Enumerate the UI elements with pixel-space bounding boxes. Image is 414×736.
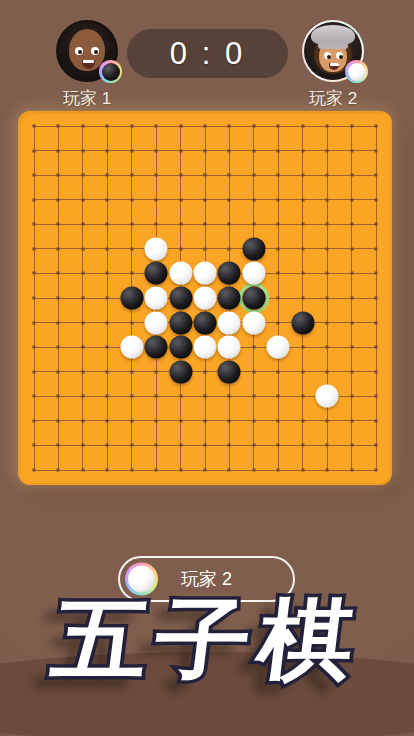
player2-info: 玩家 2 xyxy=(293,20,373,110)
board-intersection[interactable] xyxy=(326,223,329,226)
board-intersection[interactable] xyxy=(106,395,109,398)
board-intersection[interactable] xyxy=(106,419,109,422)
board-intersection[interactable] xyxy=(33,395,36,398)
board-intersection[interactable] xyxy=(277,370,280,373)
board-intersection[interactable] xyxy=(130,149,133,152)
board-intersection[interactable] xyxy=(277,444,280,447)
white-stone xyxy=(218,311,241,334)
board-intersection[interactable] xyxy=(228,419,231,422)
white-stone-badge-icon xyxy=(345,60,368,83)
board-intersection[interactable] xyxy=(204,198,207,201)
board-intersection[interactable] xyxy=(277,198,280,201)
board-intersection[interactable] xyxy=(106,198,109,201)
white-stone xyxy=(194,262,217,285)
board-intersection[interactable] xyxy=(301,444,304,447)
board-intersection[interactable] xyxy=(106,149,109,152)
board-intersection[interactable] xyxy=(277,297,280,300)
board-intersection[interactable] xyxy=(81,321,84,324)
board-intersection[interactable] xyxy=(301,346,304,349)
board-intersection[interactable] xyxy=(252,469,255,472)
white-stone xyxy=(316,385,339,408)
board-intersection[interactable] xyxy=(228,223,231,226)
board-intersection[interactable] xyxy=(228,198,231,201)
board-intersection[interactable] xyxy=(375,469,378,472)
board-intersection[interactable] xyxy=(204,174,207,177)
board-intersection[interactable] xyxy=(179,469,182,472)
board-intersection[interactable] xyxy=(326,346,329,349)
board-intersection[interactable] xyxy=(106,125,109,128)
board-intersection[interactable] xyxy=(81,149,84,152)
board-intersection[interactable] xyxy=(228,125,231,128)
board-intersection[interactable] xyxy=(179,198,182,201)
board-intersection[interactable] xyxy=(252,419,255,422)
white-stone xyxy=(169,262,192,285)
board-intersection[interactable] xyxy=(350,469,353,472)
white-stone xyxy=(242,262,265,285)
board-intersection[interactable] xyxy=(179,174,182,177)
board-intersection[interactable] xyxy=(301,272,304,275)
board-intersection[interactable] xyxy=(301,469,304,472)
board-intersection[interactable] xyxy=(33,223,36,226)
board-intersection[interactable] xyxy=(33,198,36,201)
black-stone xyxy=(242,237,265,260)
board-intersection[interactable] xyxy=(375,247,378,250)
score-text: 0 : 0 xyxy=(170,36,245,72)
board-intersection[interactable] xyxy=(350,247,353,250)
board-intersection[interactable] xyxy=(301,247,304,250)
board-grid[interactable] xyxy=(34,126,376,470)
board-intersection[interactable] xyxy=(106,247,109,250)
board-intersection[interactable] xyxy=(179,247,182,250)
board-intersection[interactable] xyxy=(81,297,84,300)
board-intersection[interactable] xyxy=(57,125,60,128)
board-intersection[interactable] xyxy=(326,321,329,324)
board-intersection[interactable] xyxy=(350,223,353,226)
board-intersection[interactable] xyxy=(252,223,255,226)
white-stone xyxy=(145,237,168,260)
black-stone-badge-icon xyxy=(99,60,122,83)
player1-avatar xyxy=(56,20,118,82)
board-intersection[interactable] xyxy=(375,444,378,447)
board-intersection[interactable] xyxy=(81,223,84,226)
board-intersection[interactable] xyxy=(375,149,378,152)
board-intersection[interactable] xyxy=(155,444,158,447)
board-intersection[interactable] xyxy=(155,149,158,152)
board-intersection[interactable] xyxy=(252,198,255,201)
white-stone xyxy=(145,311,168,334)
board-intersection[interactable] xyxy=(179,395,182,398)
board-intersection[interactable] xyxy=(81,174,84,177)
board-intersection[interactable] xyxy=(33,321,36,324)
board-intersection[interactable] xyxy=(33,346,36,349)
board-intersection[interactable] xyxy=(57,469,60,472)
black-stone xyxy=(120,287,143,310)
board-intersection[interactable] xyxy=(33,370,36,373)
board-intersection[interactable] xyxy=(33,149,36,152)
board-intersection[interactable] xyxy=(301,149,304,152)
black-stone xyxy=(169,311,192,334)
board-intersection[interactable] xyxy=(179,223,182,226)
board-intersection[interactable] xyxy=(204,149,207,152)
board-intersection[interactable] xyxy=(350,297,353,300)
board-intersection[interactable] xyxy=(155,223,158,226)
board-intersection[interactable] xyxy=(301,174,304,177)
board-intersection[interactable] xyxy=(33,419,36,422)
black-stone xyxy=(218,262,241,285)
board-intersection[interactable] xyxy=(33,125,36,128)
white-stone xyxy=(267,336,290,359)
game-title-text: 五子棋 xyxy=(0,594,414,686)
board-intersection[interactable] xyxy=(130,370,133,373)
black-stone xyxy=(169,336,192,359)
board-intersection[interactable] xyxy=(33,272,36,275)
board-intersection[interactable] xyxy=(57,297,60,300)
board-intersection[interactable] xyxy=(350,346,353,349)
board-intersection[interactable] xyxy=(375,125,378,128)
board-intersection[interactable] xyxy=(228,395,231,398)
board-intersection[interactable] xyxy=(155,395,158,398)
black-stone xyxy=(145,262,168,285)
board-intersection[interactable] xyxy=(326,272,329,275)
board-intersection[interactable] xyxy=(179,149,182,152)
board-intersection[interactable] xyxy=(155,174,158,177)
board-intersection[interactable] xyxy=(228,149,231,152)
board-intersection[interactable] xyxy=(57,321,60,324)
board-intersection[interactable] xyxy=(350,149,353,152)
score-display: 0 : 0 xyxy=(127,29,288,78)
board-intersection[interactable] xyxy=(326,198,329,201)
board-intersection[interactable] xyxy=(326,174,329,177)
board-intersection[interactable] xyxy=(326,469,329,472)
board-intersection[interactable] xyxy=(130,444,133,447)
board-intersection[interactable] xyxy=(301,223,304,226)
board-intersection[interactable] xyxy=(130,419,133,422)
board-intersection[interactable] xyxy=(81,419,84,422)
board-intersection[interactable] xyxy=(277,272,280,275)
board-intersection[interactable] xyxy=(350,321,353,324)
board-intersection[interactable] xyxy=(81,272,84,275)
board-intersection[interactable] xyxy=(350,198,353,201)
board-intersection[interactable] xyxy=(252,149,255,152)
board-intersection[interactable] xyxy=(33,297,36,300)
board-intersection[interactable] xyxy=(130,247,133,250)
board-intersection[interactable] xyxy=(33,174,36,177)
board-intersection[interactable] xyxy=(57,223,60,226)
board-intersection[interactable] xyxy=(277,247,280,250)
board-intersection[interactable] xyxy=(301,125,304,128)
board-intersection[interactable] xyxy=(277,125,280,128)
board-intersection[interactable] xyxy=(375,419,378,422)
board-intersection[interactable] xyxy=(57,247,60,250)
board-intersection[interactable] xyxy=(81,395,84,398)
board-intersection[interactable] xyxy=(81,198,84,201)
board-intersection[interactable] xyxy=(228,469,231,472)
board-intersection[interactable] xyxy=(81,370,84,373)
board-intersection[interactable] xyxy=(81,346,84,349)
black-stone xyxy=(218,287,241,310)
board-intersection[interactable] xyxy=(130,223,133,226)
board-intersection[interactable] xyxy=(228,247,231,250)
board-intersection[interactable] xyxy=(179,125,182,128)
board-intersection[interactable] xyxy=(130,321,133,324)
board-intersection[interactable] xyxy=(375,321,378,324)
board-intersection[interactable] xyxy=(350,395,353,398)
board-intersection[interactable] xyxy=(130,174,133,177)
board-intersection[interactable] xyxy=(57,370,60,373)
board-intersection[interactable] xyxy=(204,444,207,447)
board-intersection[interactable] xyxy=(350,125,353,128)
black-stone xyxy=(194,311,217,334)
white-stone xyxy=(242,311,265,334)
white-stone xyxy=(145,287,168,310)
board-intersection[interactable] xyxy=(252,370,255,373)
board-intersection[interactable] xyxy=(57,346,60,349)
game-board[interactable] xyxy=(18,111,392,485)
board-intersection[interactable] xyxy=(326,444,329,447)
white-stone xyxy=(194,287,217,310)
board-intersection[interactable] xyxy=(57,149,60,152)
board-intersection[interactable] xyxy=(204,370,207,373)
board-intersection[interactable] xyxy=(130,469,133,472)
board-intersection[interactable] xyxy=(81,125,84,128)
board-intersection[interactable] xyxy=(326,125,329,128)
board-intersection[interactable] xyxy=(326,370,329,373)
player1-info: 玩家 1 xyxy=(47,20,127,110)
board-intersection[interactable] xyxy=(155,419,158,422)
board-intersection[interactable] xyxy=(33,247,36,250)
board-intersection[interactable] xyxy=(106,444,109,447)
board-intersection[interactable] xyxy=(277,395,280,398)
board-intersection[interactable] xyxy=(375,223,378,226)
board-intersection[interactable] xyxy=(350,419,353,422)
board-intersection[interactable] xyxy=(277,469,280,472)
white-stone xyxy=(218,336,241,359)
board-intersection[interactable] xyxy=(277,419,280,422)
board-intersection[interactable] xyxy=(106,346,109,349)
board-intersection[interactable] xyxy=(252,444,255,447)
board-intersection[interactable] xyxy=(106,174,109,177)
board-intersection[interactable] xyxy=(204,125,207,128)
board-intersection[interactable] xyxy=(57,419,60,422)
board-intersection[interactable] xyxy=(301,198,304,201)
board-intersection[interactable] xyxy=(81,444,84,447)
board-intersection[interactable] xyxy=(106,272,109,275)
board-intersection[interactable] xyxy=(204,469,207,472)
board-intersection[interactable] xyxy=(57,174,60,177)
board-intersection[interactable] xyxy=(155,370,158,373)
board-intersection[interactable] xyxy=(130,395,133,398)
player1-name: 玩家 1 xyxy=(63,87,111,110)
black-stone xyxy=(169,360,192,383)
board-intersection[interactable] xyxy=(375,395,378,398)
board-intersection[interactable] xyxy=(375,346,378,349)
board-intersection[interactable] xyxy=(228,174,231,177)
board-intersection[interactable] xyxy=(179,444,182,447)
board-intersection[interactable] xyxy=(375,370,378,373)
board-intersection[interactable] xyxy=(277,321,280,324)
board-intersection[interactable] xyxy=(277,174,280,177)
game-title: 五子棋 五子棋 xyxy=(0,594,414,704)
board-intersection[interactable] xyxy=(179,419,182,422)
gomoku-app: 玩家 1 0 : 0 玩家 2 玩家 2 xyxy=(0,0,414,736)
board-intersection[interactable] xyxy=(106,297,109,300)
board-intersection[interactable] xyxy=(130,125,133,128)
player2-avatar xyxy=(302,20,364,82)
board-intersection[interactable] xyxy=(57,272,60,275)
board-intersection[interactable] xyxy=(81,247,84,250)
board-intersection[interactable] xyxy=(204,247,207,250)
board-intersection[interactable] xyxy=(81,469,84,472)
board-intersection[interactable] xyxy=(106,370,109,373)
board-intersection[interactable] xyxy=(326,419,329,422)
board-intersection[interactable] xyxy=(326,247,329,250)
board-intersection[interactable] xyxy=(130,272,133,275)
board-intersection[interactable] xyxy=(252,395,255,398)
black-stone xyxy=(242,287,265,310)
board-intersection[interactable] xyxy=(252,174,255,177)
board-intersection[interactable] xyxy=(252,125,255,128)
board-intersection[interactable] xyxy=(106,321,109,324)
board-intersection[interactable] xyxy=(204,223,207,226)
board-intersection[interactable] xyxy=(155,125,158,128)
board-intersection[interactable] xyxy=(57,444,60,447)
board-intersection[interactable] xyxy=(204,395,207,398)
board-intersection[interactable] xyxy=(375,174,378,177)
board-intersection[interactable] xyxy=(277,223,280,226)
player2-name: 玩家 2 xyxy=(309,87,357,110)
black-stone xyxy=(145,336,168,359)
board-intersection[interactable] xyxy=(277,149,280,152)
black-stone xyxy=(169,287,192,310)
board-intersection[interactable] xyxy=(155,198,158,201)
black-stone xyxy=(291,311,314,334)
board-intersection[interactable] xyxy=(57,395,60,398)
board-intersection[interactable] xyxy=(301,370,304,373)
white-stone xyxy=(120,336,143,359)
board-intersection[interactable] xyxy=(33,444,36,447)
board-intersection[interactable] xyxy=(350,444,353,447)
board-intersection[interactable] xyxy=(252,346,255,349)
board-intersection[interactable] xyxy=(350,174,353,177)
board-intersection[interactable] xyxy=(106,469,109,472)
board-intersection[interactable] xyxy=(204,419,207,422)
board-intersection[interactable] xyxy=(301,395,304,398)
board-intersection[interactable] xyxy=(375,297,378,300)
black-stone xyxy=(218,360,241,383)
board-intersection[interactable] xyxy=(375,272,378,275)
board-intersection[interactable] xyxy=(326,149,329,152)
board-intersection[interactable] xyxy=(375,198,378,201)
board-intersection[interactable] xyxy=(155,469,158,472)
board-intersection[interactable] xyxy=(57,198,60,201)
white-stone xyxy=(194,336,217,359)
board-intersection[interactable] xyxy=(130,198,133,201)
board-intersection[interactable] xyxy=(301,419,304,422)
board-intersection[interactable] xyxy=(301,297,304,300)
board-intersection[interactable] xyxy=(326,297,329,300)
board-intersection[interactable] xyxy=(350,272,353,275)
board-intersection[interactable] xyxy=(228,444,231,447)
board-intersection[interactable] xyxy=(350,370,353,373)
board-intersection[interactable] xyxy=(33,469,36,472)
board-intersection[interactable] xyxy=(106,223,109,226)
